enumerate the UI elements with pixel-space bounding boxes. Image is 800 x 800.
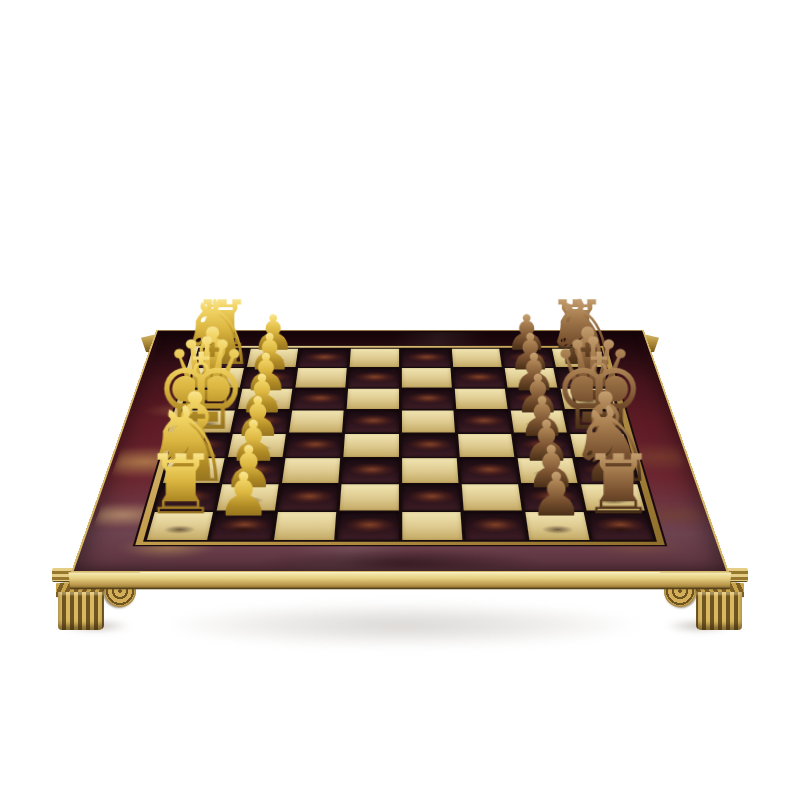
chessboard: ♜♟♟♜♞♟♟♞♝♟♟♝♛♟♟♛♚♟♟♚♝♟♟♝♞♟♟♞♜♟♟♜ — [71, 330, 729, 572]
piece-white-pawn[interactable]: ♟ — [132, 466, 355, 526]
board-grid: ♜♟♟♜♞♟♟♞♝♟♟♝♛♟♟♛♚♟♟♚♝♟♟♝♞♟♟♞♜♟♟♜ — [147, 349, 653, 540]
board-square[interactable]: ♟ — [211, 512, 275, 540]
chessboard-3d-scene: ♜♟♟♜♞♟♟♞♝♟♟♝♛♟♟♛♚♟♟♚♝♟♟♝♞♟♟♞♜♟♟♜ — [0, 0, 800, 800]
board-squares-gap: ♜♟♟♜♞♟♟♞♝♟♟♝♛♟♟♛♚♟♟♚♝♟♟♝♞♟♟♞♜♟♟♜ — [143, 348, 657, 542]
product-photo-stage: ♜♟♟♜♞♟♟♞♝♟♟♝♛♟♟♛♚♟♟♚♝♟♟♝♞♟♟♞♜♟♟♜ — [0, 0, 800, 800]
board-inner-frame: ♜♟♟♜♞♟♟♞♝♟♟♝♛♟♟♛♚♟♟♚♝♟♟♝♞♟♟♞♜♟♟♜ — [133, 345, 668, 546]
board-top-surface: ♜♟♟♜♞♟♟♞♝♟♟♝♛♟♟♛♚♟♟♚♝♟♟♝♞♟♟♞♜♟♟♜ — [71, 330, 729, 572]
piece-black-rook[interactable]: ♜ — [508, 443, 731, 526]
board-square[interactable]: ♜ — [587, 512, 653, 540]
board-front-edge — [69, 572, 732, 589]
